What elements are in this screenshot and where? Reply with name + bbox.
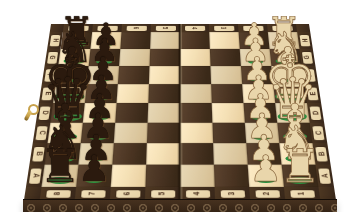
clasp-hook (24, 110, 33, 122)
file-label-right: F (302, 66, 318, 84)
file-label-right: H (297, 32, 313, 49)
file-label-right-plaque: H (300, 35, 311, 46)
rank-label-top: 2 (238, 24, 268, 32)
square-d2 (243, 103, 277, 123)
square-a8 (41, 165, 78, 187)
square-e4 (180, 84, 212, 103)
file-label-right-plaque: A (318, 168, 331, 183)
square-b2 (246, 143, 281, 164)
square-d7 (83, 103, 117, 123)
file-label-right: B (312, 143, 330, 164)
square-b8 (45, 143, 81, 164)
rank-label-bottom-plaque: 6 (115, 190, 139, 197)
file-label-left-plaque: E (42, 87, 54, 100)
file-label-left-plaque: G (47, 52, 58, 64)
square-c4 (180, 123, 213, 143)
square-h4 (180, 32, 210, 49)
file-label-right-plaque: D (310, 106, 322, 119)
chess-set-photo: 87654321HHGGFFEEDDCCBBAA87654321 ♜♟♟♜♞♟♟… (0, 0, 360, 212)
square-c2 (245, 123, 280, 143)
square-g7 (89, 49, 121, 66)
file-label-right: C (310, 123, 328, 143)
rank-label-top: 3 (209, 24, 239, 32)
file-label-right-plaque: G (302, 52, 313, 64)
rank-label-top: 6 (121, 24, 151, 32)
file-label-left-plaque: A (29, 168, 42, 183)
square-f3 (210, 66, 242, 84)
rank-label-top: 1 (267, 24, 297, 32)
square-h1 (268, 32, 300, 49)
rank-label-bottom-plaque: 5 (150, 190, 174, 197)
file-label-left-plaque: D (39, 106, 51, 119)
square-e3 (211, 84, 243, 103)
square-h6 (120, 32, 150, 49)
square-c5 (147, 123, 180, 143)
square-f5 (149, 66, 180, 84)
square-h5 (150, 32, 180, 49)
square-e2 (242, 84, 275, 103)
square-b7 (78, 143, 113, 164)
file-label-right-plaque: C (312, 126, 324, 140)
square-h3 (209, 32, 239, 49)
rank-label-top: 8 (63, 24, 93, 32)
square-f6 (118, 66, 150, 84)
file-label-right: D (307, 103, 324, 123)
square-a2 (248, 165, 284, 187)
square-d6 (115, 103, 148, 123)
rank-label-top-plaque: 3 (214, 25, 234, 30)
square-d1 (275, 103, 309, 123)
square-h7 (90, 32, 121, 49)
rank-label-top: 7 (92, 24, 122, 32)
square-f2 (241, 66, 273, 84)
rank-label-top-plaque: 4 (185, 25, 205, 30)
rank-label-bottom-plaque: 4 (185, 190, 209, 197)
square-g3 (210, 49, 241, 66)
board-hinge-seam (178, 24, 182, 200)
square-b5 (146, 143, 180, 164)
square-a4 (180, 165, 215, 187)
chess-board: 87654321HHGGFFEEDDCCBBAA87654321 (24, 24, 336, 200)
square-g5 (150, 49, 180, 66)
square-g6 (119, 49, 150, 66)
rank-label-bottom-plaque: 7 (80, 190, 105, 197)
square-f8 (56, 66, 89, 84)
rank-label-top-plaque: 6 (126, 25, 146, 30)
square-c7 (81, 123, 116, 143)
rank-label-top-plaque: 2 (243, 25, 264, 30)
square-c8 (48, 123, 83, 143)
file-label-right-plaque: E (307, 87, 319, 100)
square-f4 (180, 66, 211, 84)
square-c6 (114, 123, 148, 143)
square-a3 (214, 165, 249, 187)
square-b4 (180, 143, 214, 164)
square-f7 (87, 66, 119, 84)
square-c3 (212, 123, 246, 143)
square-d4 (180, 103, 212, 123)
square-g4 (180, 49, 210, 66)
rank-label-top: 4 (180, 24, 209, 32)
board-front-edge (23, 199, 337, 212)
file-label-right-plaque: B (315, 147, 328, 162)
square-a1 (282, 165, 319, 187)
rank-label-bottom-plaque: 3 (220, 190, 244, 197)
square-f1 (271, 66, 304, 84)
square-e1 (273, 84, 307, 103)
rank-label-top-plaque: 5 (155, 25, 175, 30)
square-d5 (148, 103, 180, 123)
square-a7 (76, 165, 112, 187)
square-e7 (85, 84, 118, 103)
file-label-right: G (299, 49, 315, 66)
rank-label-top-plaque: 1 (272, 25, 293, 30)
square-e5 (148, 84, 180, 103)
rank-label-top-plaque: 8 (68, 25, 89, 30)
square-g8 (58, 49, 90, 66)
board-frame-corner (50, 24, 64, 32)
square-a5 (145, 165, 180, 187)
rank-label-bottom-plaque: 2 (255, 190, 280, 197)
file-label-right: A (315, 165, 334, 187)
rank-label-bottom-plaque: 1 (290, 190, 315, 197)
square-c1 (277, 123, 312, 143)
square-b3 (213, 143, 248, 164)
brass-clasp-icon (23, 104, 39, 122)
file-label-right: E (304, 84, 321, 103)
square-g2 (240, 49, 272, 66)
file-label-left-plaque: B (32, 147, 45, 162)
square-h2 (239, 32, 270, 49)
square-d8 (50, 103, 84, 123)
rank-label-bottom-plaque: 8 (46, 190, 71, 197)
square-e8 (53, 84, 87, 103)
board-frame-corner (296, 24, 310, 32)
rank-label-top: 5 (151, 24, 180, 32)
file-label-right-plaque: F (304, 69, 315, 81)
file-label-left-plaque: H (50, 35, 61, 46)
square-b1 (279, 143, 315, 164)
square-a6 (111, 165, 146, 187)
rank-label-top-plaque: 7 (97, 25, 118, 30)
square-h8 (61, 32, 93, 49)
square-b6 (112, 143, 147, 164)
square-g1 (270, 49, 302, 66)
square-e6 (117, 84, 149, 103)
file-label-left-plaque: C (35, 126, 47, 140)
square-d3 (212, 103, 245, 123)
file-label-left-plaque: F (44, 69, 55, 81)
